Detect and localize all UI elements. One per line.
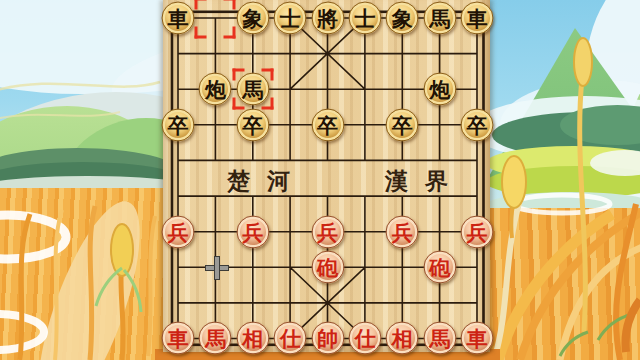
piece-red-仕[interactable]: 仕 (274, 322, 307, 355)
piece-red-車[interactable]: 車 (162, 322, 195, 355)
piece-red-仕[interactable]: 仕 (348, 322, 381, 355)
piece-black-炮[interactable]: 炮 (423, 73, 456, 106)
piece-red-兵[interactable]: 兵 (461, 215, 494, 248)
piece-black-馬[interactable]: 馬 (236, 73, 269, 106)
piece-black-車[interactable]: 車 (162, 2, 195, 35)
piece-black-馬[interactable]: 馬 (423, 2, 456, 35)
game-screen: 楚河 漢界 車象士將士象馬車炮馬炮卒卒卒卒卒兵兵兵兵兵砲砲車馬相仕帥仕相馬車 (0, 0, 640, 360)
piece-black-卒[interactable]: 卒 (236, 108, 269, 141)
piece-red-兵[interactable]: 兵 (386, 215, 419, 248)
piece-red-帥[interactable]: 帥 (311, 322, 344, 355)
piece-black-象[interactable]: 象 (236, 2, 269, 35)
piece-red-砲[interactable]: 砲 (311, 251, 344, 284)
piece-black-卒[interactable]: 卒 (461, 108, 494, 141)
piece-red-馬[interactable]: 馬 (199, 322, 232, 355)
piece-red-相[interactable]: 相 (386, 322, 419, 355)
piece-black-車[interactable]: 車 (461, 2, 494, 35)
piece-red-車[interactable]: 車 (461, 322, 494, 355)
xiangqi-board[interactable]: 楚河 漢界 車象士將士象馬車炮馬炮卒卒卒卒卒兵兵兵兵兵砲砲車馬相仕帥仕相馬車 (163, 0, 490, 352)
river-label-left: 楚河 (227, 166, 307, 197)
piece-red-馬[interactable]: 馬 (423, 322, 456, 355)
piece-black-士[interactable]: 士 (274, 2, 307, 35)
piece-red-兵[interactable]: 兵 (311, 215, 344, 248)
piece-black-卒[interactable]: 卒 (162, 108, 195, 141)
piece-red-砲[interactable]: 砲 (423, 251, 456, 284)
piece-red-兵[interactable]: 兵 (162, 215, 195, 248)
piece-black-卒[interactable]: 卒 (386, 108, 419, 141)
piece-black-士[interactable]: 士 (348, 2, 381, 35)
piece-black-象[interactable]: 象 (386, 2, 419, 35)
piece-black-將[interactable]: 將 (311, 2, 344, 35)
piece-black-炮[interactable]: 炮 (199, 73, 232, 106)
river-label-right: 漢界 (385, 166, 465, 197)
piece-red-兵[interactable]: 兵 (236, 215, 269, 248)
piece-red-相[interactable]: 相 (236, 322, 269, 355)
piece-black-卒[interactable]: 卒 (311, 108, 344, 141)
